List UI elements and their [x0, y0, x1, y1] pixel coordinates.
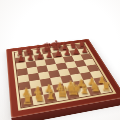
chess-board: ♜♞♝♛♚♝♞♜♟♟♟♟♟♟♟♟♟♟♟♟♟♟♟♟♜♞♝♛♚♝♞♜: [6, 39, 120, 118]
board-border: ♜♞♝♛♚♝♞♜♟♟♟♟♟♟♟♟♟♟♟♟♟♟♟♟♜♞♝♛♚♝♞♜: [12, 42, 117, 111]
square-a1[interactable]: ♜: [21, 97, 34, 108]
board-grid: ♜♞♝♛♚♝♞♜♟♟♟♟♟♟♟♟♟♟♟♟♟♟♟♟♜♞♝♛♚♝♞♜: [15, 44, 112, 108]
piece-black-pawn[interactable]: ♟: [9, 54, 32, 62]
chess-set-photo: ♜♞♝♛♚♝♞♜♟♟♟♟♟♟♟♟♟♟♟♟♟♟♟♟♜♞♝♛♚♝♞♜: [0, 0, 120, 120]
piece-white-rook[interactable]: ♜: [13, 94, 42, 105]
